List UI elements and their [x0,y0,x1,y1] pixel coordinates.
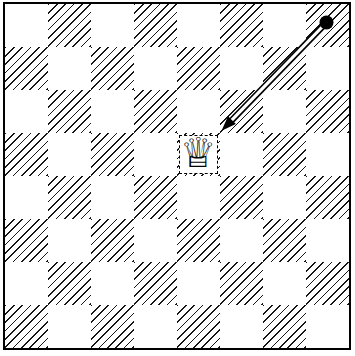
square-g1[interactable] [263,305,306,348]
square-g7[interactable] [263,47,306,90]
square-b6[interactable] [48,90,91,133]
square-h4[interactable] [306,176,349,219]
square-f8[interactable] [220,4,263,47]
square-a1[interactable] [5,305,48,348]
square-f1[interactable] [220,305,263,348]
square-a8[interactable] [5,4,48,47]
square-b7[interactable] [48,47,91,90]
square-f7[interactable] [220,47,263,90]
square-h1[interactable] [306,305,349,348]
board-frame: ♕ [3,2,351,350]
square-b5[interactable] [48,133,91,176]
square-a7[interactable] [5,47,48,90]
square-a6[interactable] [5,90,48,133]
square-g3[interactable] [263,219,306,262]
square-g2[interactable] [263,262,306,305]
square-f5[interactable] [220,133,263,176]
square-f4[interactable] [220,176,263,219]
square-g8[interactable] [263,4,306,47]
square-b2[interactable] [48,262,91,305]
square-f6[interactable] [220,90,263,133]
square-b3[interactable] [48,219,91,262]
square-g5[interactable] [263,133,306,176]
square-b4[interactable] [48,176,91,219]
square-e7[interactable] [177,47,220,90]
square-f3[interactable] [220,219,263,262]
square-d1[interactable] [134,305,177,348]
square-e4[interactable] [177,176,220,219]
square-c5[interactable] [91,133,134,176]
chess-board[interactable]: ♕ [5,4,349,348]
square-h7[interactable] [306,47,349,90]
square-d4[interactable] [134,176,177,219]
square-e5[interactable]: ♕ [177,133,220,176]
square-d8[interactable] [134,4,177,47]
highlight-box: ♕ [179,135,218,174]
square-g4[interactable] [263,176,306,219]
square-d3[interactable] [134,219,177,262]
square-a3[interactable] [5,219,48,262]
square-h8[interactable] [306,4,349,47]
square-d7[interactable] [134,47,177,90]
square-b8[interactable] [48,4,91,47]
square-c6[interactable] [91,90,134,133]
square-f2[interactable] [220,262,263,305]
white-queen-piece[interactable]: ♕ [180,135,217,172]
square-a5[interactable] [5,133,48,176]
square-c2[interactable] [91,262,134,305]
square-d2[interactable] [134,262,177,305]
square-e1[interactable] [177,305,220,348]
square-a2[interactable] [5,262,48,305]
square-e6[interactable] [177,90,220,133]
square-c8[interactable] [91,4,134,47]
square-d6[interactable] [134,90,177,133]
square-c4[interactable] [91,176,134,219]
square-e8[interactable] [177,4,220,47]
square-c3[interactable] [91,219,134,262]
square-e3[interactable] [177,219,220,262]
square-e2[interactable] [177,262,220,305]
square-d5[interactable] [134,133,177,176]
square-h6[interactable] [306,90,349,133]
square-g6[interactable] [263,90,306,133]
square-a4[interactable] [5,176,48,219]
square-h2[interactable] [306,262,349,305]
square-h5[interactable] [306,133,349,176]
square-c7[interactable] [91,47,134,90]
square-c1[interactable] [91,305,134,348]
square-b1[interactable] [48,305,91,348]
square-h3[interactable] [306,219,349,262]
